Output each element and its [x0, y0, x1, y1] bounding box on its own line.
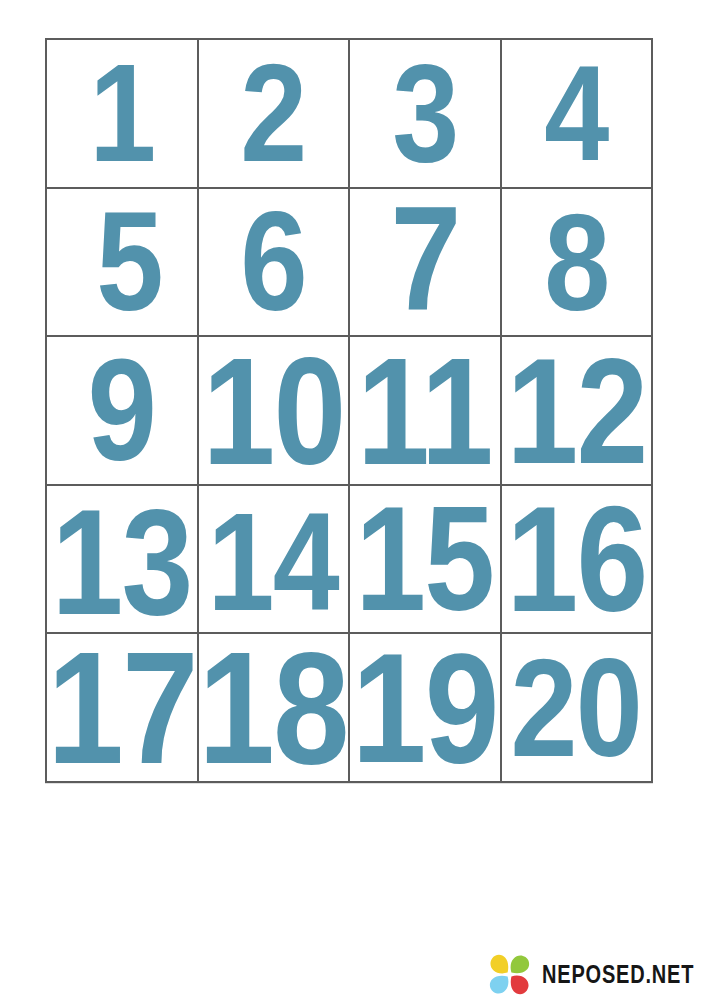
logo-petal-top-right: [511, 955, 530, 973]
number-label-13: 13: [52, 487, 192, 632]
number-card-11: 11: [350, 337, 500, 484]
watermark: NEPOSED.NET: [486, 950, 707, 998]
number-label-3: 3: [392, 43, 457, 183]
number-card-9: 9: [47, 337, 197, 484]
number-card-10: 10: [199, 337, 349, 484]
number-card-6: 6: [199, 189, 349, 336]
number-label-12: 12: [506, 337, 646, 484]
number-card-7: 7: [350, 189, 500, 336]
number-card-8: 8: [502, 189, 652, 336]
number-card-3: 3: [350, 40, 500, 187]
logo-petal-bottom-left: [490, 975, 509, 993]
number-label-19: 19: [352, 634, 498, 781]
number-label-4: 4: [545, 45, 608, 181]
number-label-10: 10: [202, 337, 344, 484]
number-label-9: 9: [88, 338, 156, 483]
number-card-20: 20: [502, 634, 652, 781]
watermark-site-name: NEPOSED.NET: [542, 960, 694, 989]
logo-petal-top-left: [490, 954, 508, 973]
number-card-grid: 1 2 3 4 5 6 7 8 9 10 11 12 13 14 15 16: [45, 38, 653, 783]
pinwheel-logo-icon: [486, 951, 533, 998]
logo-petal-bottom-right: [511, 975, 529, 994]
number-label-20: 20: [511, 638, 641, 778]
number-label-1: 1: [89, 43, 154, 183]
number-card-14: 14: [199, 486, 349, 633]
number-label-15: 15: [356, 486, 494, 633]
number-card-15: 15: [350, 486, 500, 633]
number-card-4: 4: [502, 40, 652, 187]
number-card-2: 2: [199, 40, 349, 187]
number-card-19: 19: [350, 634, 500, 781]
number-label-7: 7: [390, 189, 459, 333]
number-card-13: 13: [47, 486, 197, 633]
number-card-5: 5: [47, 189, 197, 336]
number-label-5: 5: [96, 191, 162, 332]
number-label-6: 6: [240, 191, 306, 332]
number-label-2: 2: [241, 43, 306, 183]
number-card-12: 12: [502, 337, 652, 484]
number-label-11: 11: [357, 337, 492, 484]
number-card-16: 16: [502, 486, 652, 633]
number-label-17: 17: [47, 634, 197, 781]
number-card-17: 17: [47, 634, 197, 781]
number-label-14: 14: [208, 492, 338, 632]
number-card-1: 1: [47, 40, 197, 187]
number-label-18: 18: [199, 634, 349, 781]
number-label-16: 16: [506, 486, 646, 633]
number-label-8: 8: [544, 193, 608, 331]
number-card-18: 18: [199, 634, 349, 781]
